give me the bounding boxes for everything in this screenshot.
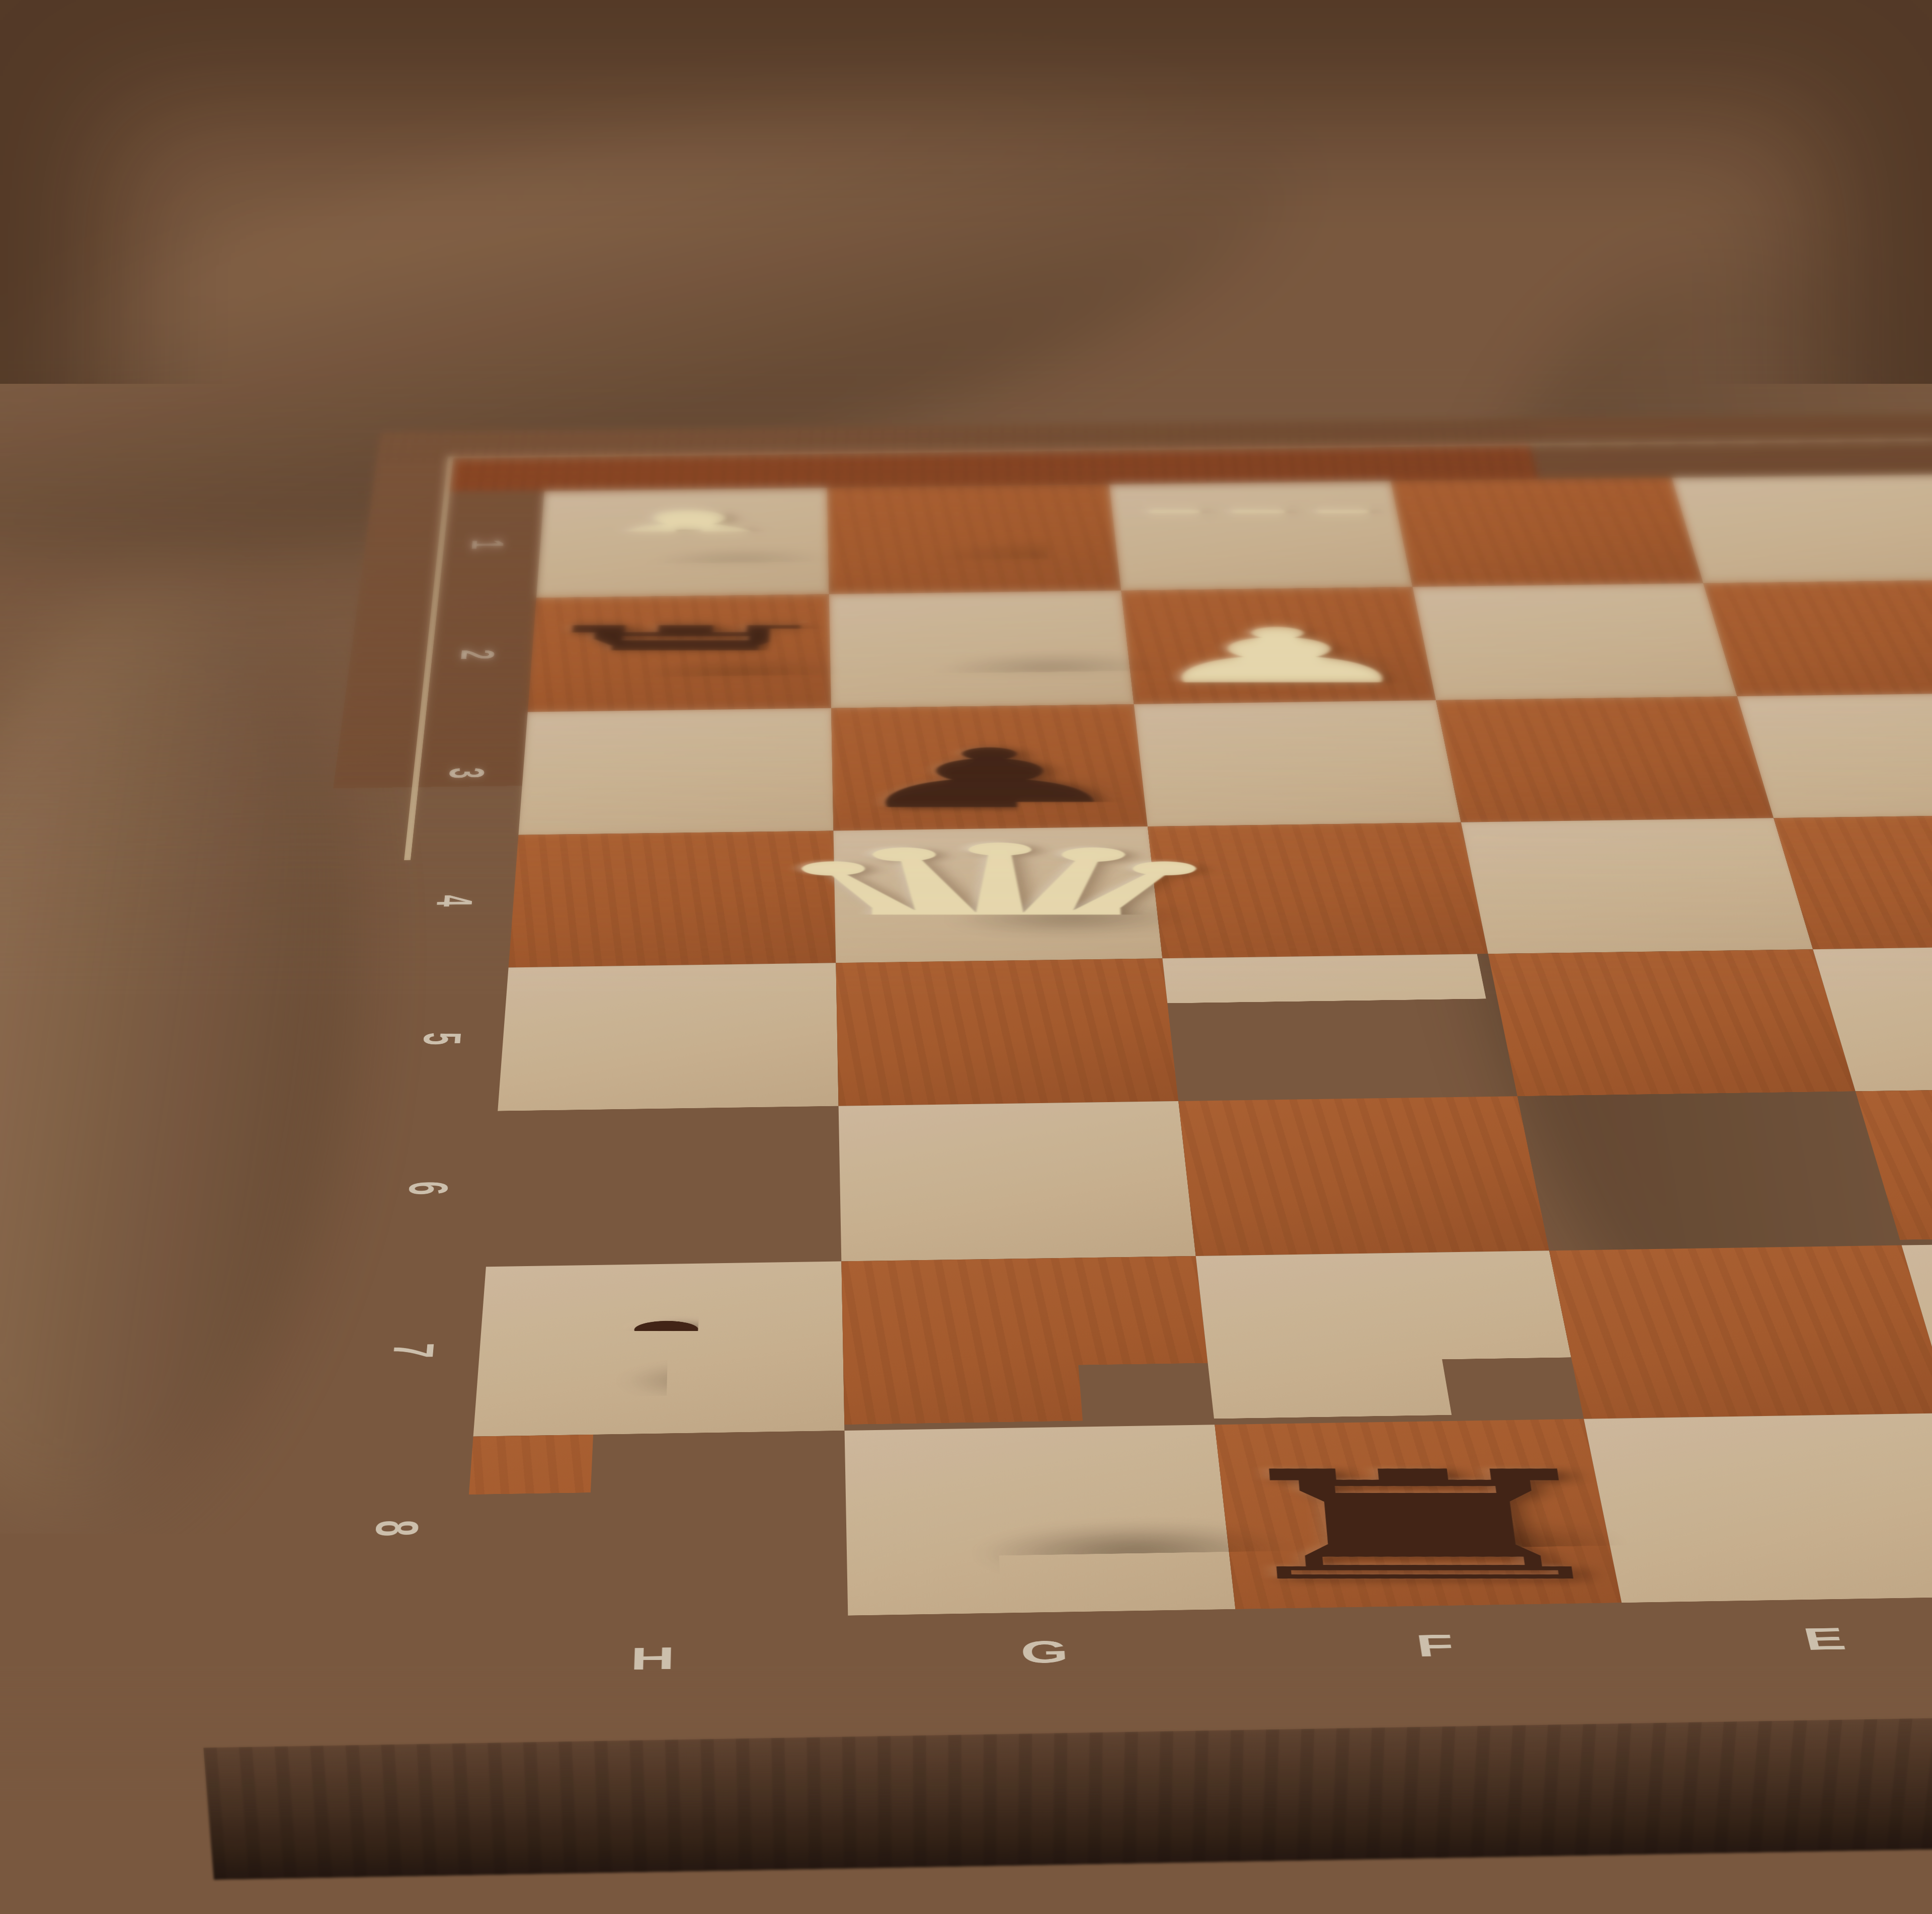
- square-e5[interactable]: [1488, 949, 1856, 1096]
- rank-label-6: 6: [400, 1181, 456, 1196]
- piece-black-king-g8[interactable]: ♚: [624, 1403, 1464, 1640]
- photo-scene: HGFEDCBA12345678 ♚♜♟♟♛♟♛♜♟♜♚♝: [0, 0, 1932, 1914]
- chessboard: HGFEDCBA12345678 ♚♜♟♟♛♟♛♜♟♜♚♝: [206, 402, 1932, 1747]
- pieces-layer: ♚♜♟♟♛♟♛♜♟♜♚♝: [380, 402, 1932, 432]
- rank-label-4: 4: [429, 895, 480, 907]
- rank-label-3: 3: [442, 768, 492, 779]
- chessboard-3d-wrap: HGFEDCBA12345678 ♚♜♟♟♛♟♛♜♟♜♚♝: [0, 0, 1932, 1914]
- board-front-edge: [203, 1685, 1932, 1879]
- file-label-e: E: [1800, 1623, 1848, 1654]
- board-coordinate-labels: HGFEDCBA12345678: [380, 402, 1932, 432]
- square-e3[interactable]: [1436, 696, 1774, 822]
- square-f6[interactable]: [1178, 1096, 1549, 1256]
- file-label-g: G: [1020, 1636, 1070, 1668]
- square-d2[interactable]: [1703, 579, 1932, 696]
- piece-black-queen-g2[interactable]: ♛: [704, 591, 1262, 715]
- piece-black-pawn-g3[interactable]: ♟: [816, 738, 1165, 820]
- piece-white-queen-g4[interactable]: ♛: [699, 826, 1301, 971]
- rank-label-5: 5: [416, 1032, 469, 1045]
- square-h6[interactable]: [486, 1106, 841, 1267]
- rank-label-7: 7: [384, 1343, 442, 1359]
- square-e7[interactable]: [1549, 1245, 1932, 1419]
- rank-label-8: 8: [366, 1520, 428, 1537]
- square-g5[interactable]: [836, 958, 1178, 1106]
- file-label-h: H: [630, 1643, 675, 1675]
- piece-shadows-layer: [380, 402, 1932, 432]
